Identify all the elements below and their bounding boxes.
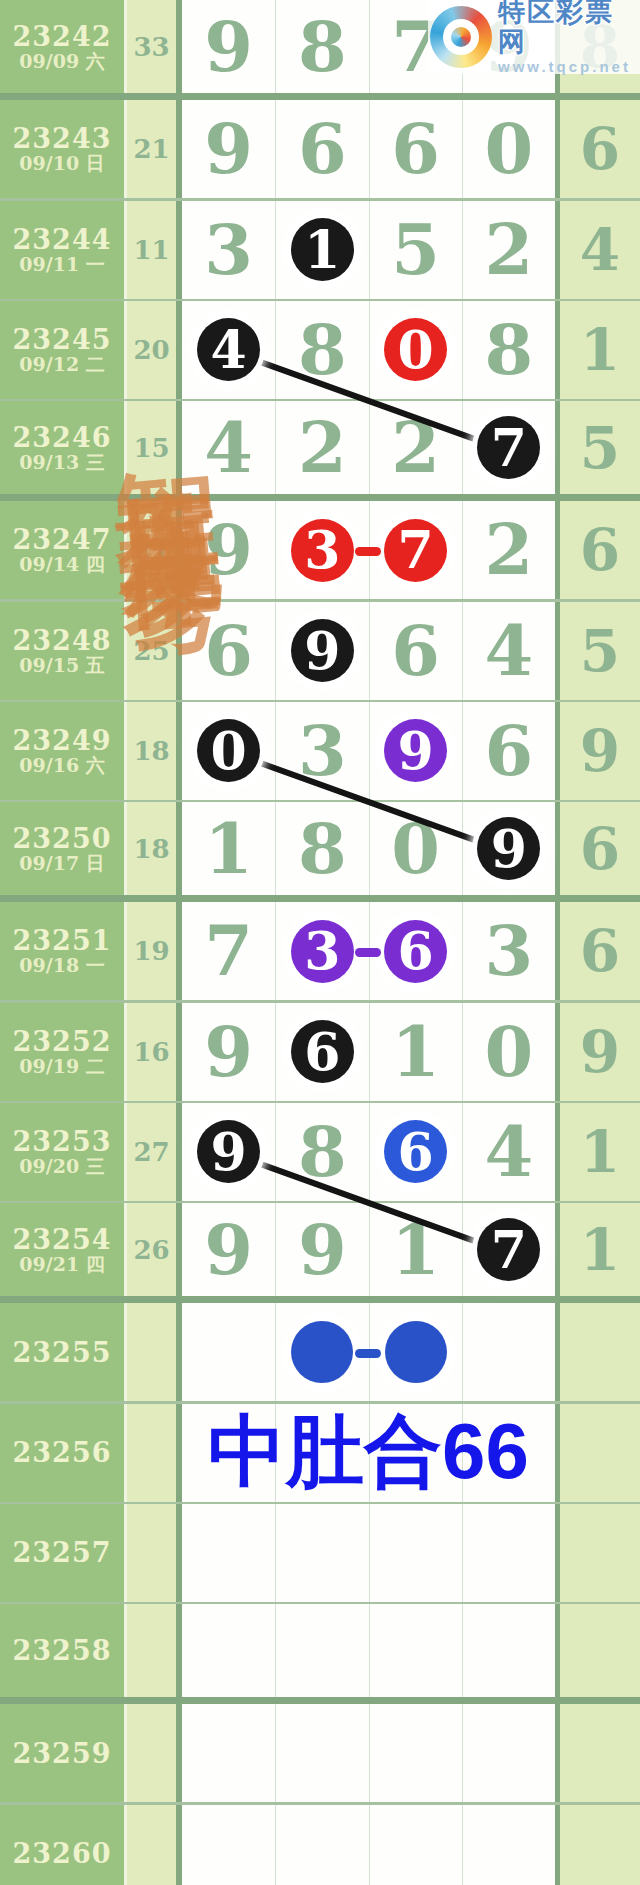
digit-value: 2 xyxy=(391,413,440,483)
digit-cell: 8 xyxy=(275,0,368,93)
issue-cell: 23260 xyxy=(0,1805,127,1885)
digit-cell xyxy=(182,1604,275,1697)
site-name: 特区彩票网 xyxy=(498,0,640,57)
digit-value: 9 xyxy=(298,1215,347,1285)
row-23258: 23258 xyxy=(0,1604,640,1705)
sum-cell: 11 xyxy=(127,201,182,299)
digit-value: 6 xyxy=(398,925,434,977)
issue-cell: 2325309/20 三 xyxy=(0,1103,127,1201)
digit-value: 7 xyxy=(204,916,253,986)
digit-value: 8 xyxy=(298,12,347,82)
sum-cell: 25 xyxy=(127,602,182,700)
digit-cell: 0 xyxy=(462,1003,555,1101)
row-23245: 2324509/12 二2048081 xyxy=(0,301,640,402)
row-23250: 2325009/17 日1818096 xyxy=(0,802,640,903)
digit-cell: 3 xyxy=(462,902,555,1000)
tail-cell: 1 xyxy=(555,301,640,399)
connector-dash xyxy=(355,948,381,957)
digit-cell: 1 xyxy=(369,1203,462,1296)
issue-cell: 2324809/15 五 xyxy=(0,602,127,700)
sum-value: 11 xyxy=(133,235,169,265)
tail-cell: 5 xyxy=(555,401,640,494)
tail-cell: 9 xyxy=(555,702,640,800)
digit-value: 6 xyxy=(398,1126,434,1178)
tail-value: 6 xyxy=(580,521,620,579)
tail-cell: 5 xyxy=(555,602,640,700)
issue-label: 23259 xyxy=(13,1740,112,1767)
tail-value: 1 xyxy=(580,321,620,379)
issue-label: 23255 xyxy=(13,1339,112,1366)
issue-label: 23249 xyxy=(13,727,112,754)
digit-cell: 2 xyxy=(275,401,368,494)
digit-cell: 6 xyxy=(369,902,462,1000)
site-logo: 特区彩票网 www.tqcp.net xyxy=(428,0,640,74)
digit-value: 1 xyxy=(391,1017,440,1087)
sum-cell: 19 xyxy=(127,902,182,1000)
issue-cell: 23256 xyxy=(0,1404,127,1502)
issue-label: 23245 xyxy=(13,326,112,353)
circled-digit-black: 9 xyxy=(477,817,540,880)
sum-value: 21 xyxy=(133,134,169,164)
digit-value: 0 xyxy=(485,114,534,184)
row-23260: 23260 xyxy=(0,1805,640,1885)
circled-digit-black: 9 xyxy=(291,619,354,682)
circled-digit-purple: 6 xyxy=(384,920,447,983)
digit-cell: 0 xyxy=(462,100,555,198)
tail-value: 6 xyxy=(580,120,620,178)
issue-label: 23247 xyxy=(13,526,112,553)
digit-cell xyxy=(182,1805,275,1885)
digit-value: 6 xyxy=(304,1026,340,1078)
sum-cell: 18 xyxy=(127,802,182,895)
digit-value: 1 xyxy=(391,1215,440,1285)
digit-value: 7 xyxy=(491,1224,527,1276)
tail-cell: 6 xyxy=(555,100,640,198)
digit-cell xyxy=(182,1303,275,1401)
tail-cell xyxy=(555,1404,640,1502)
issue-label: 23258 xyxy=(13,1637,112,1664)
digit-value: 3 xyxy=(485,916,534,986)
tail-value: 9 xyxy=(580,1023,620,1081)
digit-cell: 0 xyxy=(369,802,462,895)
digit-cell: 2 xyxy=(369,401,462,494)
digit-value: 9 xyxy=(211,1126,247,1178)
date-label: 09/14 四 xyxy=(19,555,104,574)
sum-value: 15 xyxy=(133,433,169,463)
circled-digit-black: 4 xyxy=(197,318,260,381)
digit-value: 9 xyxy=(398,725,434,777)
sum-value: 21 xyxy=(133,535,169,565)
digit-cell: 1 xyxy=(369,1003,462,1101)
date-label: 09/17 日 xyxy=(19,854,104,873)
issue-cell: 2324509/12 二 xyxy=(0,301,127,399)
date-label: 09/18 一 xyxy=(19,956,104,975)
swirl-logo-icon xyxy=(430,6,492,68)
issue-cell: 23258 xyxy=(0,1604,127,1697)
sum-cell: 20 xyxy=(127,301,182,399)
issue-label: 23244 xyxy=(13,226,112,253)
digit-cell: 7 xyxy=(462,401,555,494)
digit-cell: 8 xyxy=(275,1103,368,1201)
digit-value: 1 xyxy=(304,224,340,276)
issue-cell: 2325409/21 四 xyxy=(0,1203,127,1296)
digit-cell: 2 xyxy=(462,201,555,299)
sum-cell: 21 xyxy=(127,100,182,198)
digit-cell xyxy=(369,1604,462,1697)
issue-label: 23257 xyxy=(13,1539,112,1566)
digit-value: 4 xyxy=(204,413,253,483)
blue-dot xyxy=(291,1321,353,1383)
row-23248: 2324809/15 五2569645 xyxy=(0,602,640,703)
digit-value: 0 xyxy=(398,324,434,376)
digit-cell: 9 xyxy=(275,1203,368,1296)
digit-cell: 2 xyxy=(462,501,555,599)
issue-label: 23246 xyxy=(13,424,112,451)
digit-value: 6 xyxy=(204,616,253,686)
digit-value: 3 xyxy=(304,524,340,576)
sum-value: 18 xyxy=(133,834,169,864)
tail-value: 5 xyxy=(580,622,620,680)
digit-cell: 6 xyxy=(182,602,275,700)
date-label: 09/21 四 xyxy=(19,1255,104,1274)
date-label: 09/19 二 xyxy=(19,1057,104,1076)
digit-value: 8 xyxy=(298,1117,347,1187)
digit-value: 3 xyxy=(298,716,347,786)
sum-cell: 16 xyxy=(127,1003,182,1101)
digit-value: 3 xyxy=(304,925,340,977)
tail-cell xyxy=(555,1303,640,1401)
issue-cell: 2325009/17 日 xyxy=(0,802,127,895)
digit-cell: 6 xyxy=(369,100,462,198)
issue-cell: 23255 xyxy=(0,1303,127,1401)
digit-cell: 4 xyxy=(462,602,555,700)
tail-value: 4 xyxy=(580,221,620,279)
issue-cell: 23259 xyxy=(0,1704,127,1802)
annotation-text: 中肚合66 xyxy=(182,1404,555,1502)
date-label: 09/15 五 xyxy=(19,656,104,675)
sum-cell: 26 xyxy=(127,1203,182,1296)
digit-cell: 9 xyxy=(275,602,368,700)
digit-value: 5 xyxy=(391,215,440,285)
digit-cell: 8 xyxy=(275,301,368,399)
digit-cell xyxy=(462,1805,555,1885)
date-label: 09/09 六 xyxy=(19,52,104,71)
digit-cell: 4 xyxy=(182,401,275,494)
circled-digit-black: 7 xyxy=(477,416,540,479)
digit-cell: 6 xyxy=(275,1003,368,1101)
issue-label: 23260 xyxy=(13,1840,112,1867)
connector-dash xyxy=(355,1349,381,1358)
digit-value: 8 xyxy=(485,315,534,385)
circled-digit-red: 0 xyxy=(384,318,447,381)
date-label: 09/13 三 xyxy=(19,453,104,472)
connector-dash xyxy=(355,547,381,556)
digit-cell xyxy=(462,1704,555,1802)
row-23243: 2324309/10 日2196606 xyxy=(0,100,640,201)
sum-value: 25 xyxy=(133,636,169,666)
digit-cell: 7 xyxy=(182,902,275,1000)
circled-digit-black: 7 xyxy=(477,1218,540,1281)
digit-value: 4 xyxy=(485,1117,534,1187)
blue-dot xyxy=(385,1321,447,1383)
digit-cell: 6 xyxy=(275,100,368,198)
tail-value: 6 xyxy=(580,820,620,878)
issue-label: 23254 xyxy=(13,1226,112,1253)
tail-cell: 6 xyxy=(555,501,640,599)
issue-label: 23243 xyxy=(13,125,112,152)
circled-digit-purple: 9 xyxy=(384,719,447,782)
digit-cell: 4 xyxy=(462,1103,555,1201)
sum-cell xyxy=(127,1805,182,1885)
digit-value: 1 xyxy=(204,814,253,884)
tail-cell: 6 xyxy=(555,802,640,895)
digit-cell: 3 xyxy=(182,201,275,299)
circled-digit-black: 0 xyxy=(197,719,260,782)
digit-cell xyxy=(275,1805,368,1885)
digit-cell: 9 xyxy=(369,702,462,800)
sum-value: 33 xyxy=(133,32,169,62)
issue-label: 23252 xyxy=(13,1028,112,1055)
digit-cell: 7 xyxy=(369,501,462,599)
tail-value: 9 xyxy=(580,722,620,780)
tail-cell: 9 xyxy=(555,1003,640,1101)
digit-cell xyxy=(369,1303,462,1401)
digit-value: 9 xyxy=(491,823,527,875)
digit-value: 9 xyxy=(204,12,253,82)
circled-digit-black: 1 xyxy=(291,218,354,281)
digit-value: 9 xyxy=(204,114,253,184)
row-23257: 23257 xyxy=(0,1504,640,1605)
sum-cell xyxy=(127,1404,182,1502)
row-23259: 23259 xyxy=(0,1704,640,1805)
digit-cell xyxy=(275,1604,368,1697)
digit-cell: 7 xyxy=(462,1203,555,1296)
digit-cell xyxy=(182,1504,275,1602)
digit-cell: 9 xyxy=(462,802,555,895)
digit-cell: 6 xyxy=(369,602,462,700)
digit-value: 6 xyxy=(391,114,440,184)
digit-cell: 1 xyxy=(182,802,275,895)
issue-cell: 2325209/19 二 xyxy=(0,1003,127,1101)
row-23247: 2324709/14 四2193726 xyxy=(0,501,640,602)
digit-value: 6 xyxy=(391,616,440,686)
digit-value: 6 xyxy=(298,114,347,184)
issue-label: 23250 xyxy=(13,825,112,852)
issue-cell: 23257 xyxy=(0,1504,127,1602)
tail-cell: 4 xyxy=(555,201,640,299)
circled-digit-purple: 3 xyxy=(291,920,354,983)
digit-value: 2 xyxy=(485,515,534,585)
digit-cell: 3 xyxy=(275,702,368,800)
digit-cell: 8 xyxy=(275,802,368,895)
tail-value: 5 xyxy=(580,419,620,477)
digit-cell xyxy=(369,1504,462,1602)
digit-cell xyxy=(182,1704,275,1802)
digit-value: 4 xyxy=(211,324,247,376)
digit-value: 4 xyxy=(485,616,534,686)
row-23255: 23255 xyxy=(0,1303,640,1404)
issue-label: 23248 xyxy=(13,627,112,654)
row-23256: 23256中肚合66 xyxy=(0,1404,640,1505)
digit-cell xyxy=(369,1805,462,1885)
date-label: 09/12 二 xyxy=(19,355,104,374)
row-23249: 2324909/16 六1803969 xyxy=(0,702,640,803)
digit-value: 2 xyxy=(298,413,347,483)
digit-cell xyxy=(275,1704,368,1802)
issue-label: 23253 xyxy=(13,1128,112,1155)
site-url: www.tqcp.net xyxy=(498,59,640,76)
circled-digit-red: 7 xyxy=(384,519,447,582)
tail-cell: 1 xyxy=(555,1203,640,1296)
row-23252: 2325209/19 二1696109 xyxy=(0,1003,640,1104)
tail-cell xyxy=(555,1604,640,1697)
digit-value: 0 xyxy=(211,725,247,777)
digit-cell: 4 xyxy=(182,301,275,399)
issue-cell: 2324909/16 六 xyxy=(0,702,127,800)
digit-cell: 9 xyxy=(182,1003,275,1101)
row-23253: 2325309/20 三2798641 xyxy=(0,1103,640,1204)
digit-cell: 9 xyxy=(182,1103,275,1201)
digit-cell: 0 xyxy=(182,702,275,800)
digit-cell xyxy=(369,1704,462,1802)
digit-cell: 5 xyxy=(369,201,462,299)
digit-cell: 6 xyxy=(369,1103,462,1201)
sum-value: 26 xyxy=(133,1235,169,1265)
issue-cell: 2324609/13 三 xyxy=(0,401,127,494)
digit-cell: 0 xyxy=(369,301,462,399)
sum-cell: 18 xyxy=(127,702,182,800)
row-23246: 2324609/13 三1542275 xyxy=(0,401,640,502)
row-23251: 2325109/18 一1973636 xyxy=(0,902,640,1003)
digit-value: 9 xyxy=(204,1215,253,1285)
tail-cell: 1 xyxy=(555,1103,640,1201)
sum-value: 18 xyxy=(133,736,169,766)
issue-cell: 2324709/14 四 xyxy=(0,501,127,599)
digit-value: 8 xyxy=(298,315,347,385)
digit-cell xyxy=(462,1604,555,1697)
sum-cell xyxy=(127,1303,182,1401)
tail-cell: 6 xyxy=(555,902,640,1000)
row-23254: 2325409/21 四2699171 xyxy=(0,1203,640,1304)
issue-label: 23242 xyxy=(13,23,112,50)
digit-value: 7 xyxy=(398,524,434,576)
circled-digit-red: 3 xyxy=(291,519,354,582)
digit-value: 6 xyxy=(485,716,534,786)
digit-cell: 9 xyxy=(182,1203,275,1296)
issue-cell: 2325109/18 一 xyxy=(0,902,127,1000)
issue-cell: 2324209/09 六 xyxy=(0,0,127,93)
sum-cell xyxy=(127,1504,182,1602)
digit-value: 9 xyxy=(304,625,340,677)
sum-value: 19 xyxy=(133,936,169,966)
date-label: 09/16 六 xyxy=(19,756,104,775)
digit-cell: 9 xyxy=(182,100,275,198)
sum-value: 16 xyxy=(133,1037,169,1067)
tail-value: 1 xyxy=(580,1221,620,1279)
sum-cell: 27 xyxy=(127,1103,182,1201)
digit-value: 0 xyxy=(485,1017,534,1087)
date-label: 09/11 一 xyxy=(19,255,104,274)
digit-cell: 6 xyxy=(462,702,555,800)
digit-value: 3 xyxy=(204,215,253,285)
sum-cell xyxy=(127,1704,182,1802)
digit-value: 9 xyxy=(204,1017,253,1087)
digit-cell xyxy=(462,1504,555,1602)
issue-cell: 2324309/10 日 xyxy=(0,100,127,198)
digit-cell xyxy=(275,1504,368,1602)
digit-value: 8 xyxy=(298,814,347,884)
tail-cell xyxy=(555,1504,640,1602)
digit-cell: 8 xyxy=(462,301,555,399)
sum-value: 27 xyxy=(133,1137,169,1167)
circled-digit-black: 6 xyxy=(291,1020,354,1083)
row-23244: 2324409/11 一1131524 xyxy=(0,201,640,302)
tail-cell xyxy=(555,1704,640,1802)
date-label: 09/20 三 xyxy=(19,1157,104,1176)
digit-value: 0 xyxy=(391,814,440,884)
digit-cell xyxy=(462,1303,555,1401)
tail-value: 6 xyxy=(580,922,620,980)
circled-digit-black: 9 xyxy=(197,1120,260,1183)
digit-cell: 1 xyxy=(275,201,368,299)
digit-value: 7 xyxy=(491,422,527,474)
digit-cell: 9 xyxy=(182,501,275,599)
sum-cell: 21 xyxy=(127,501,182,599)
lottery-trend-chart: 2324209/09 六33987982324309/10 日219660623… xyxy=(0,0,640,1885)
digit-value: 2 xyxy=(485,215,534,285)
sum-cell xyxy=(127,1604,182,1697)
tail-value: 1 xyxy=(580,1123,620,1181)
sum-cell: 33 xyxy=(127,0,182,93)
date-label: 09/10 日 xyxy=(19,154,104,173)
issue-label: 23251 xyxy=(13,927,112,954)
issue-label: 23256 xyxy=(13,1439,112,1466)
digit-value: 9 xyxy=(204,515,253,585)
digit-cell: 9 xyxy=(182,0,275,93)
issue-cell: 2324409/11 一 xyxy=(0,201,127,299)
sum-value: 20 xyxy=(133,335,169,365)
sum-cell: 15 xyxy=(127,401,182,494)
circled-digit-blue: 6 xyxy=(384,1120,447,1183)
tail-cell xyxy=(555,1805,640,1885)
